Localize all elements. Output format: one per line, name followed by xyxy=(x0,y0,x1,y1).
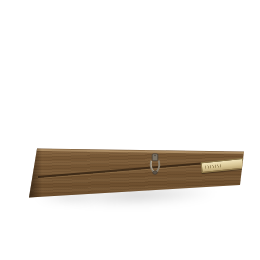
square-h7 xyxy=(190,97,214,104)
square-e5 xyxy=(128,112,148,119)
square-b1 xyxy=(69,138,88,144)
square-c8 xyxy=(91,97,109,103)
square-f4 xyxy=(148,118,170,125)
square-b6 xyxy=(73,109,91,115)
box-front-panel xyxy=(0,0,260,260)
chessboard-lid xyxy=(37,85,244,152)
square-f2 xyxy=(148,131,171,138)
square-a7 xyxy=(57,104,74,110)
square-c4 xyxy=(89,120,108,126)
product-photo xyxy=(0,0,260,260)
square-d5 xyxy=(108,113,128,120)
square-c5 xyxy=(90,114,109,120)
square-c2 xyxy=(88,132,107,138)
square-a3 xyxy=(53,126,71,132)
square-a2 xyxy=(52,132,70,138)
square-f8 xyxy=(147,94,168,101)
walnut-rim xyxy=(46,85,231,96)
square-c3 xyxy=(89,126,108,132)
square-b3 xyxy=(71,126,90,132)
square-h2 xyxy=(194,131,220,138)
square-g5 xyxy=(169,111,192,118)
square-g1 xyxy=(171,138,195,145)
square-b7 xyxy=(73,103,91,109)
square-g3 xyxy=(170,124,194,131)
square-b5 xyxy=(72,114,90,120)
square-e1 xyxy=(127,138,148,145)
square-e8 xyxy=(128,95,148,102)
square-e6 xyxy=(128,106,148,113)
square-g6 xyxy=(169,105,192,112)
square-a5 xyxy=(55,115,73,121)
square-g4 xyxy=(170,118,193,125)
square-g2 xyxy=(171,131,195,138)
square-c7 xyxy=(91,102,109,108)
square-a8 xyxy=(57,99,74,105)
square-b8 xyxy=(74,98,92,104)
square-d8 xyxy=(109,96,128,103)
square-c6 xyxy=(90,108,109,114)
square-f7 xyxy=(148,99,169,106)
square-d4 xyxy=(108,119,128,126)
square-f6 xyxy=(148,106,169,113)
square-a6 xyxy=(56,109,73,115)
square-h1 xyxy=(195,138,221,145)
square-f1 xyxy=(149,138,172,145)
square-g7 xyxy=(168,98,191,105)
square-h6 xyxy=(191,104,215,111)
square-e4 xyxy=(128,119,149,126)
square-e7 xyxy=(128,100,148,107)
square-f3 xyxy=(148,125,170,132)
wood-grain xyxy=(0,0,260,260)
square-d7 xyxy=(109,101,128,108)
left-side-shade xyxy=(29,146,42,200)
square-f5 xyxy=(148,112,170,119)
square-d1 xyxy=(107,138,127,145)
nameplate-engraving xyxy=(205,163,221,168)
lighting-sheen xyxy=(37,85,244,152)
square-g8 xyxy=(168,92,190,99)
olive-border-frame xyxy=(42,87,236,149)
square-d6 xyxy=(108,107,127,114)
square-b2 xyxy=(70,132,89,138)
square-d3 xyxy=(108,125,128,132)
square-e2 xyxy=(127,131,148,138)
square-b4 xyxy=(71,120,89,126)
clasp-latch-icon xyxy=(146,153,164,177)
square-h8 xyxy=(190,91,214,98)
square-h4 xyxy=(192,117,217,124)
chessboard-grid xyxy=(52,91,221,145)
square-e3 xyxy=(128,125,149,132)
square-h3 xyxy=(193,124,218,131)
square-a1 xyxy=(52,138,70,144)
square-h5 xyxy=(192,110,217,117)
square-c1 xyxy=(88,138,108,144)
square-a4 xyxy=(54,120,72,126)
square-d2 xyxy=(107,132,127,139)
